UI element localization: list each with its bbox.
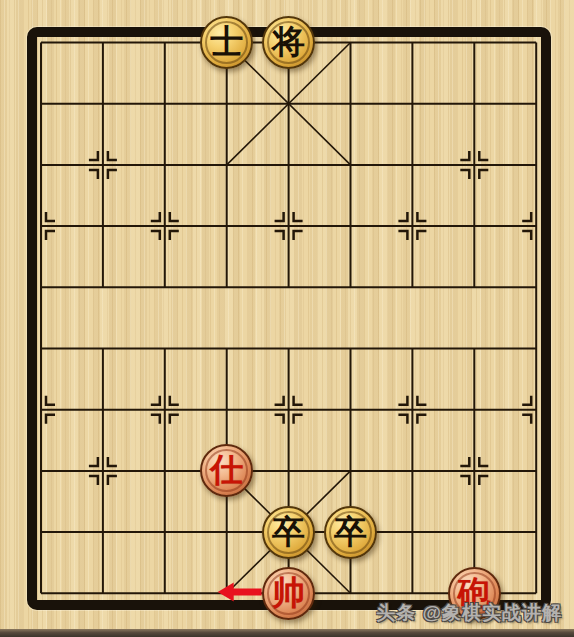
piece-black-soldier-1[interactable]: 卒	[262, 506, 315, 559]
piece-black-advisor[interactable]: 士	[200, 16, 253, 69]
piece-red-general[interactable]: 帅	[262, 567, 315, 620]
watermark-text: 头条 @象棋实战讲解	[376, 600, 562, 626]
piece-character: 将	[272, 25, 305, 58]
xiangqi-board[interactable]: 士将仕卒卒帅砲 头条 @象棋实战讲解	[0, 0, 574, 637]
piece-character: 卒	[272, 515, 305, 548]
piece-character: 帅	[272, 576, 305, 609]
board-bottom-edge	[0, 629, 574, 637]
piece-black-general[interactable]: 将	[262, 16, 315, 69]
piece-character: 仕	[210, 453, 243, 486]
piece-character: 士	[210, 25, 243, 58]
piece-character: 卒	[334, 515, 367, 548]
piece-black-soldier-2[interactable]: 卒	[324, 506, 377, 559]
